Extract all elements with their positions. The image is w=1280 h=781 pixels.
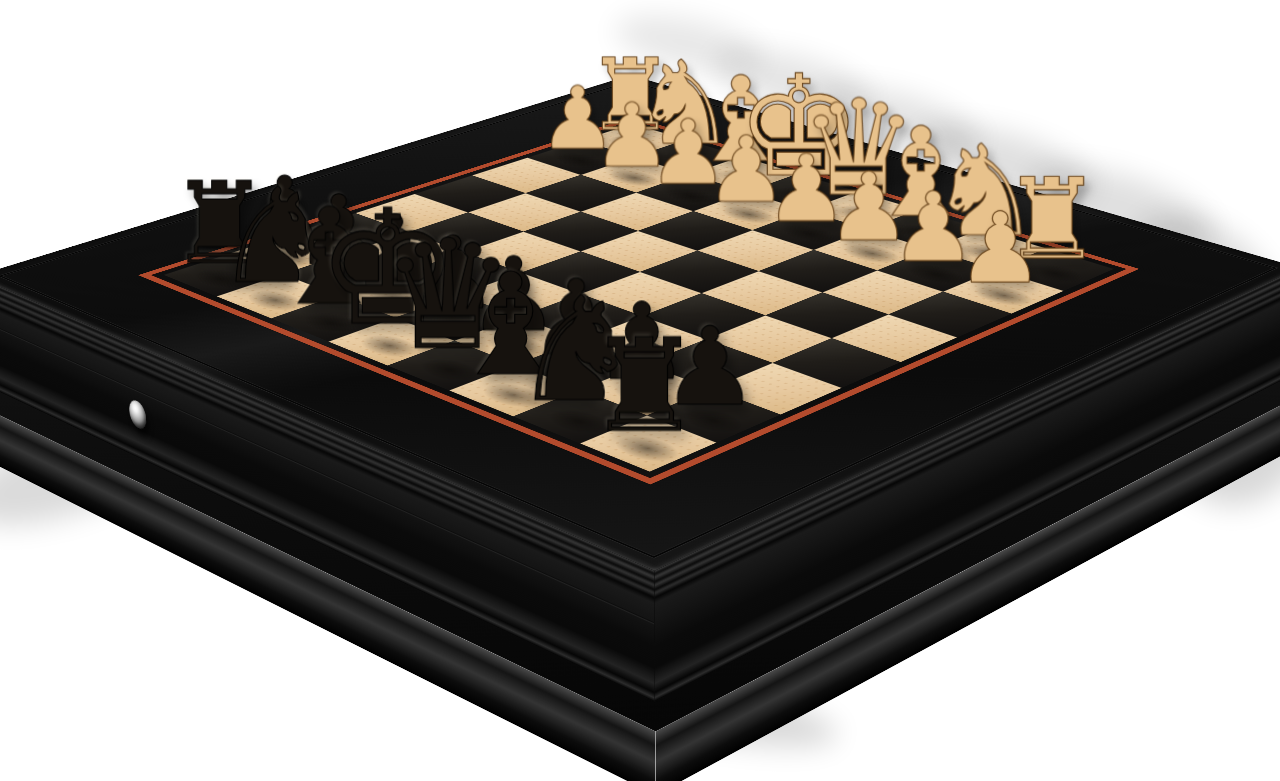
scene: ♜♞♝♛♚♝♞♜♟♟♟♟♟♟♟♟♟♟♟♟♟♟♟♟♜♞♝♛♚♝♞♜	[0, 0, 1280, 781]
stage: ♜♞♝♛♚♝♞♜♟♟♟♟♟♟♟♟♟♟♟♟♟♟♟♟♜♞♝♛♚♝♞♜	[0, 0, 1280, 781]
black-rook-glyph: ♜	[558, 321, 731, 450]
drawer-knob[interactable]	[128, 397, 146, 432]
pieces-layer: ♜♞♝♛♚♝♞♜♟♟♟♟♟♟♟♟♟♟♟♟♟♟♟♟♜♞♝♛♚♝♞♜	[164, 124, 1114, 472]
white-pawn-glyph: ♟	[924, 199, 1077, 297]
